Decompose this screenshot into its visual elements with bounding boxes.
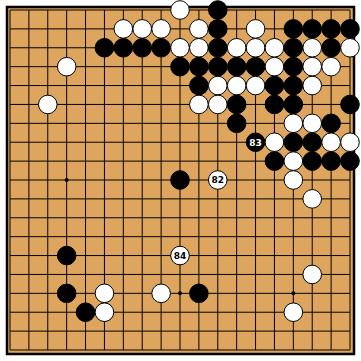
star-point xyxy=(65,178,69,182)
stone-black xyxy=(265,152,284,171)
stone-white xyxy=(265,133,284,152)
stone-black xyxy=(284,95,303,114)
stone-white xyxy=(190,20,209,39)
stone-black xyxy=(341,95,360,114)
stone-black xyxy=(208,57,227,76)
stone-black xyxy=(190,284,209,303)
stone-black xyxy=(208,1,227,20)
stone-white xyxy=(208,95,227,114)
stone-black xyxy=(133,38,152,57)
stone-white xyxy=(208,76,227,95)
stone-black xyxy=(152,38,171,57)
stone-black xyxy=(57,246,76,265)
stone-white xyxy=(171,1,190,20)
stone-black xyxy=(284,20,303,39)
star-point xyxy=(178,291,182,295)
stone-black xyxy=(114,38,133,57)
stone-black xyxy=(341,20,360,39)
stone-white xyxy=(171,38,190,57)
stone-black xyxy=(76,303,95,322)
stone-white xyxy=(95,303,114,322)
stone-black xyxy=(227,95,246,114)
stone-white xyxy=(133,20,152,39)
stone-white xyxy=(227,38,246,57)
stone-white xyxy=(303,265,322,284)
stone-black xyxy=(95,38,114,57)
stone-white xyxy=(284,171,303,190)
stone-black xyxy=(246,133,265,152)
stone-white xyxy=(57,57,76,76)
stone-white xyxy=(303,76,322,95)
stone-black xyxy=(303,133,322,152)
stone-white xyxy=(284,152,303,171)
stone-black xyxy=(284,133,303,152)
stone-white xyxy=(246,38,265,57)
go-diagram-page: 828384 xyxy=(0,0,361,361)
stone-black xyxy=(246,57,265,76)
stone-black xyxy=(322,38,341,57)
stone-black xyxy=(208,38,227,57)
stone-white xyxy=(38,95,57,114)
stone-black xyxy=(322,114,341,133)
stone-white xyxy=(303,38,322,57)
stone-white xyxy=(95,284,114,303)
stone-white xyxy=(227,76,246,95)
star-point xyxy=(291,291,295,295)
stone-white xyxy=(322,133,341,152)
stone-white xyxy=(341,133,360,152)
stone-white xyxy=(284,303,303,322)
stone-black xyxy=(208,20,227,39)
stone-black xyxy=(303,152,322,171)
stone-white xyxy=(171,246,190,265)
stone-white xyxy=(265,57,284,76)
stone-white xyxy=(246,76,265,95)
stone-white xyxy=(303,190,322,209)
stone-black xyxy=(284,57,303,76)
stone-black xyxy=(171,57,190,76)
go-board[interactable]: 828384 xyxy=(0,0,361,361)
stone-black xyxy=(190,57,209,76)
stone-white xyxy=(190,38,209,57)
stone-white xyxy=(265,38,284,57)
stone-white xyxy=(303,114,322,133)
stone-black xyxy=(341,152,360,171)
stone-black xyxy=(190,76,209,95)
stone-white xyxy=(152,20,171,39)
stone-black xyxy=(227,57,246,76)
stone-black xyxy=(265,95,284,114)
stone-white xyxy=(152,284,171,303)
stone-white xyxy=(284,114,303,133)
stone-white xyxy=(246,20,265,39)
stone-white xyxy=(208,171,227,190)
stone-white xyxy=(322,57,341,76)
stone-black xyxy=(284,38,303,57)
stone-white xyxy=(114,20,133,39)
stone-black xyxy=(322,152,341,171)
stone-white xyxy=(303,57,322,76)
stone-black xyxy=(303,20,322,39)
stone-black xyxy=(171,171,190,190)
stone-white xyxy=(341,38,360,57)
stone-black xyxy=(57,284,76,303)
stone-white xyxy=(190,95,209,114)
stone-black xyxy=(227,114,246,133)
stone-black xyxy=(322,20,341,39)
stone-black xyxy=(265,76,284,95)
stone-black xyxy=(284,76,303,95)
